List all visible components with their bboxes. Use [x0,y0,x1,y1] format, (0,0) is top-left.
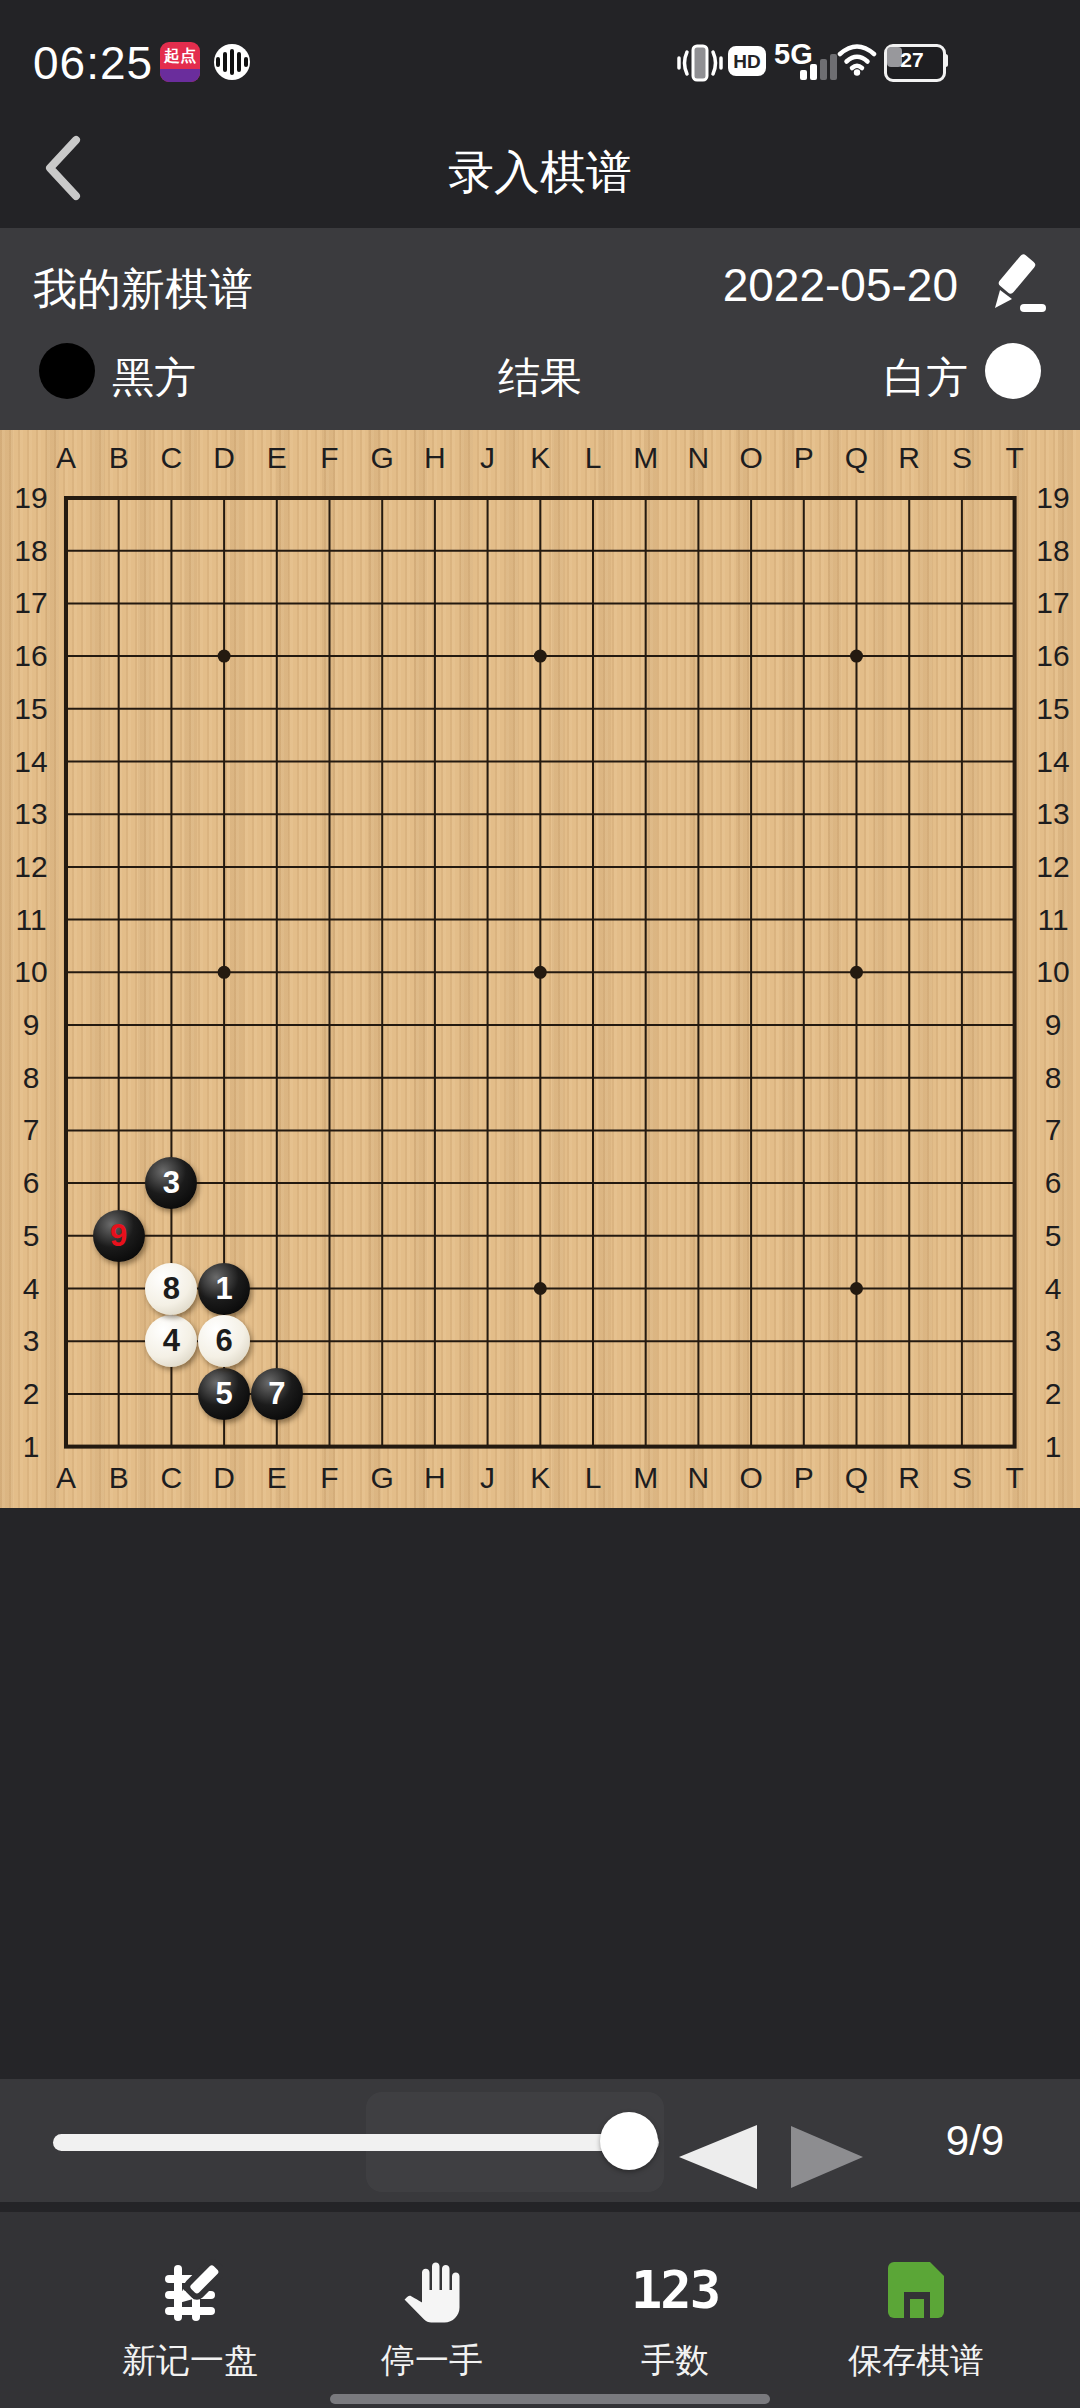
row-label-left-14: 14 [0,742,66,782]
row-label-left-4: 4 [0,1269,66,1309]
home-indicator [330,2394,770,2404]
row-label-right-11: 11 [1018,900,1080,940]
row-label-right-16: 16 [1018,636,1080,676]
board-pencil-icon [157,2257,223,2323]
go-board[interactable]: AABBCCDDEEFFGGHHJJKKLLMMNNOOPPQQRRSSTT19… [0,430,1080,1508]
row-label-right-14: 14 [1018,742,1080,782]
row-label-left-15: 15 [0,689,66,729]
row-label-left-16: 16 [0,636,66,676]
row-label-right-8: 8 [1018,1058,1080,1098]
row-label-left-6: 6 [0,1163,66,1203]
battery-percent: 27 [884,45,940,75]
move-slider-track[interactable] [53,2134,659,2151]
row-label-left-13: 13 [0,794,66,834]
row-label-left-18: 18 [0,531,66,571]
app-root: 06:25 起点 HD 5G [0,0,1080,2408]
signal-bars-icon [800,52,840,80]
row-label-right-6: 6 [1018,1163,1080,1203]
row-label-left-3: 3 [0,1321,66,1361]
star-point-Q10 [850,966,863,979]
prev-move-button[interactable] [679,2125,757,2189]
new-game-label: 新记一盘 [70,2338,310,2384]
row-label-right-3: 3 [1018,1321,1080,1361]
row-label-right-18: 18 [1018,531,1080,571]
row-label-left-17: 17 [0,583,66,623]
nav-divider [0,2202,1080,2212]
row-label-right-17: 17 [1018,583,1080,623]
record-title: 我的新棋谱 [33,260,253,319]
star-point-Q16 [850,650,863,663]
hd-icon: HD [728,46,766,76]
stone-black-E2: 7 [251,1368,303,1420]
save-record-label: 保存棋谱 [796,2338,1036,2384]
row-label-right-12: 12 [1018,847,1080,887]
row-label-right-7: 7 [1018,1110,1080,1150]
bottom-nav: 新记一盘 停一手 123 手数 保存棋谱 [0,2212,1080,2408]
badge-substrip [160,69,200,82]
stone-black-B5: 9 [93,1210,145,1262]
star-point-K10 [534,966,547,979]
vibrate-icon [676,44,724,82]
hand-icon [402,2256,462,2324]
clock: 06:25 [33,36,153,90]
move-counter: 9/9 [905,2117,1045,2165]
col-label-top-T: T [980,438,1050,478]
row-label-left-5: 5 [0,1216,66,1256]
row-label-right-15: 15 [1018,689,1080,729]
record-date: 2022-05-20 [723,258,958,312]
white-player-label: 白方 [884,350,968,406]
white-player-stone [985,343,1041,399]
stone-black-D2: 5 [198,1368,250,1420]
top-bar: 06:25 起点 HD 5G [0,0,1080,228]
voice-assist-icon [214,44,250,80]
row-label-left-12: 12 [0,847,66,887]
stone-white-D3: 6 [198,1315,250,1367]
wifi-icon [836,42,878,76]
row-label-right-10: 10 [1018,952,1080,992]
row-label-left-11: 11 [0,900,66,940]
star-point-Q4 [850,1282,863,1295]
next-move-button[interactable] [791,2126,863,2188]
page-title: 录入棋谱 [0,142,1080,204]
pass-button[interactable]: 停一手 [312,2252,552,2384]
record-info-panel: 我的新棋谱 2022-05-20 黑方 结果 白方 [0,228,1080,430]
row-label-right-5: 5 [1018,1216,1080,1256]
playback-bar: 9/9 [0,2079,1080,2202]
row-label-left-19: 19 [0,478,66,518]
row-label-right-2: 2 [1018,1374,1080,1414]
save-record-button[interactable]: 保存棋谱 [796,2252,1036,2384]
badge-text: 起点 [160,42,200,69]
star-point-K4 [534,1282,547,1295]
edit-pencil-icon[interactable] [986,246,1052,320]
move-slider-thumb[interactable] [600,2112,658,2170]
123-icon: 123 [631,2260,719,2320]
row-label-left-2: 2 [0,1374,66,1414]
move-numbers-button[interactable]: 123 手数 [555,2252,795,2384]
save-icon [884,2258,948,2322]
row-label-right-4: 4 [1018,1269,1080,1309]
row-label-left-1: 1 [0,1427,66,1467]
notification-app-badge: 起点 [160,42,200,82]
star-point-D10 [218,966,231,979]
row-label-right-9: 9 [1018,1005,1080,1045]
pass-label: 停一手 [312,2338,552,2384]
row-label-right-1: 1 [1018,1427,1080,1467]
star-point-K16 [534,650,547,663]
row-label-right-19: 19 [1018,478,1080,518]
stone-black-D4: 1 [198,1263,250,1315]
row-label-left-7: 7 [0,1110,66,1150]
stone-white-C4: 8 [145,1263,197,1315]
row-label-left-8: 8 [0,1058,66,1098]
new-game-button[interactable]: 新记一盘 [70,2252,310,2384]
battery-icon: 27 [884,44,950,78]
row-label-right-13: 13 [1018,794,1080,834]
star-point-D16 [218,650,231,663]
row-label-left-10: 10 [0,952,66,992]
row-label-left-9: 9 [0,1005,66,1045]
move-numbers-label: 手数 [555,2338,795,2384]
